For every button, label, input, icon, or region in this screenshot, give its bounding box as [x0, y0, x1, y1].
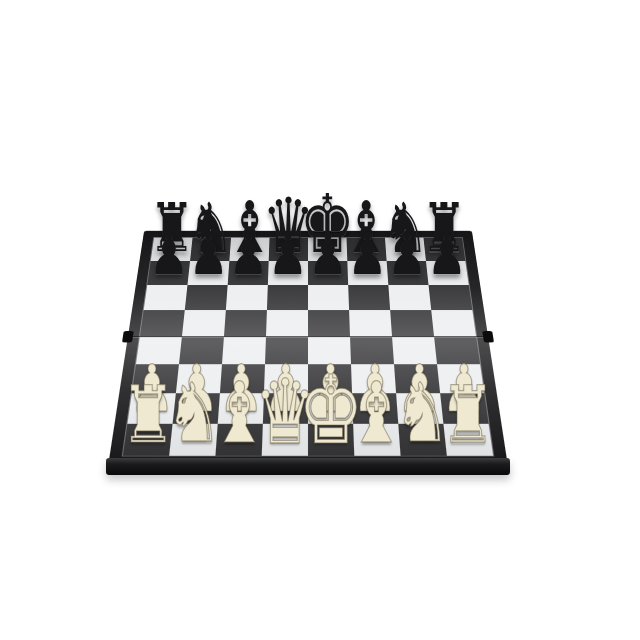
square-g7: [387, 261, 429, 285]
square-a8: [151, 238, 193, 261]
hinge-right-icon: [482, 331, 494, 343]
square-h7: [426, 261, 469, 285]
square-b4: [179, 337, 224, 365]
hinge-left-icon: [122, 331, 134, 343]
square-b8: [190, 238, 231, 261]
square-g4: [392, 337, 437, 365]
square-d3: [264, 364, 308, 393]
square-g3: [394, 364, 440, 393]
square-b5: [182, 310, 226, 336]
square-c6: [226, 285, 268, 310]
square-h4: [434, 337, 480, 365]
square-f8: [346, 238, 386, 261]
square-c8: [229, 238, 269, 261]
square-b6: [185, 285, 228, 310]
square-h6: [429, 285, 473, 310]
square-a6: [144, 285, 188, 310]
square-a1: [123, 424, 173, 456]
square-d7: [268, 261, 308, 285]
square-a2: [127, 393, 175, 423]
square-g6: [388, 285, 431, 310]
square-d8: [269, 238, 308, 261]
square-b2: [173, 393, 220, 423]
square-d1: [262, 424, 308, 456]
square-c4: [222, 337, 266, 365]
square-e2: [308, 393, 353, 423]
square-f3: [351, 364, 396, 393]
square-a4: [136, 337, 182, 365]
square-h1: [443, 424, 493, 456]
square-g1: [398, 424, 447, 456]
square-e6: [308, 285, 349, 310]
square-e7: [308, 261, 348, 285]
square-e8: [308, 238, 347, 261]
square-f5: [349, 310, 392, 336]
square-b1: [169, 424, 218, 456]
square-g2: [396, 393, 443, 423]
square-a5: [140, 310, 185, 336]
square-c1: [215, 424, 262, 456]
square-h8: [423, 238, 465, 261]
square-h3: [437, 364, 484, 393]
square-a7: [147, 261, 190, 285]
square-h5: [431, 310, 476, 336]
square-f7: [347, 261, 388, 285]
chess-board: [108, 231, 507, 465]
square-d5: [266, 310, 308, 336]
square-b7: [187, 261, 229, 285]
square-b3: [176, 364, 222, 393]
square-e4: [308, 337, 351, 365]
square-d6: [267, 285, 308, 310]
square-c7: [228, 261, 269, 285]
square-d2: [263, 393, 308, 423]
square-f2: [352, 393, 398, 423]
square-e1: [308, 424, 354, 456]
square-f1: [353, 424, 400, 456]
square-a3: [132, 364, 179, 393]
square-c2: [218, 393, 264, 423]
square-e3: [308, 364, 352, 393]
chess-set-product-photo: ♜♞♝♛♚♝♞♜♟♟♟♟♟♟♟♟♟♟♟♟♟♟♟♟♜♞♝♛♚♝♞♜: [0, 0, 640, 640]
square-h2: [440, 393, 488, 423]
board-squares: [123, 238, 493, 456]
square-f4: [350, 337, 394, 365]
board-folded-base: [106, 458, 510, 475]
square-c5: [224, 310, 267, 336]
square-g8: [385, 238, 426, 261]
square-e5: [308, 310, 350, 336]
square-g5: [390, 310, 434, 336]
square-c3: [220, 364, 265, 393]
square-d4: [265, 337, 308, 365]
square-f6: [348, 285, 390, 310]
